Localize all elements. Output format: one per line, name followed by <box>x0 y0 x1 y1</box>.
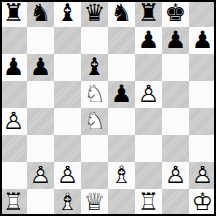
square-f6[interactable] <box>135 54 162 81</box>
square-b5[interactable] <box>27 81 54 108</box>
square-b6[interactable]: ♟ <box>27 54 54 81</box>
white-knight: ♘ <box>81 81 108 108</box>
square-e3[interactable] <box>108 135 135 162</box>
square-a4[interactable]: ♟♙ <box>0 108 27 135</box>
square-e5[interactable]: ♟ <box>108 81 135 108</box>
white-rook: ♖ <box>0 189 27 216</box>
square-c1[interactable]: ♝♗ <box>54 189 81 216</box>
square-d5[interactable]: ♞♘ <box>81 81 108 108</box>
white-rook: ♖ <box>135 189 162 216</box>
black-king: ♚ <box>162 0 189 27</box>
square-d4[interactable]: ♞♘ <box>81 108 108 135</box>
square-b7[interactable] <box>27 27 54 54</box>
white-bishop: ♗ <box>108 162 135 189</box>
square-e6[interactable] <box>108 54 135 81</box>
square-h2[interactable]: ♟♙ <box>189 162 216 189</box>
square-h6[interactable] <box>189 54 216 81</box>
square-e2[interactable]: ♝♗ <box>108 162 135 189</box>
black-bishop: ♝ <box>81 54 108 81</box>
square-d6[interactable]: ♝ <box>81 54 108 81</box>
chess-board: ♜♞♝♛♞♜♚♟♟♟♟♟♝♞♘♟♟♙♟♙♞♘♟♙♟♙♝♗♟♙♟♙♜♖♝♗♛♕♜♖… <box>0 0 216 216</box>
square-e7[interactable] <box>108 27 135 54</box>
square-b1[interactable] <box>27 189 54 216</box>
square-f3[interactable] <box>135 135 162 162</box>
square-d2[interactable] <box>81 162 108 189</box>
white-pawn: ♙ <box>162 162 189 189</box>
square-c7[interactable] <box>54 27 81 54</box>
white-pawn: ♙ <box>54 162 81 189</box>
square-h8[interactable] <box>189 0 216 27</box>
square-e1[interactable] <box>108 189 135 216</box>
black-queen: ♛ <box>81 0 108 27</box>
square-h3[interactable] <box>189 135 216 162</box>
black-knight: ♞ <box>108 0 135 27</box>
square-g8[interactable]: ♚ <box>162 0 189 27</box>
square-a8[interactable]: ♜ <box>0 0 27 27</box>
white-pawn: ♙ <box>27 162 54 189</box>
white-knight: ♘ <box>81 108 108 135</box>
square-c2[interactable]: ♟♙ <box>54 162 81 189</box>
square-c8[interactable]: ♝ <box>54 0 81 27</box>
black-rook: ♜ <box>0 0 27 27</box>
square-b8[interactable]: ♞ <box>27 0 54 27</box>
square-d3[interactable] <box>81 135 108 162</box>
black-pawn: ♟ <box>0 54 27 81</box>
white-pawn: ♙ <box>0 108 27 135</box>
chess-board-wrap: ♜♞♝♛♞♜♚♟♟♟♟♟♝♞♘♟♟♙♟♙♞♘♟♙♟♙♝♗♟♙♟♙♜♖♝♗♛♕♜♖… <box>0 0 216 216</box>
square-g7[interactable]: ♟ <box>162 27 189 54</box>
square-f4[interactable] <box>135 108 162 135</box>
square-a3[interactable] <box>0 135 27 162</box>
square-g6[interactable] <box>162 54 189 81</box>
square-b3[interactable] <box>27 135 54 162</box>
square-h1[interactable]: ♚♔ <box>189 189 216 216</box>
square-g3[interactable] <box>162 135 189 162</box>
black-pawn: ♟ <box>162 27 189 54</box>
square-g5[interactable] <box>162 81 189 108</box>
white-king: ♔ <box>189 189 216 216</box>
square-c5[interactable] <box>54 81 81 108</box>
square-g1[interactable] <box>162 189 189 216</box>
square-h7[interactable]: ♟ <box>189 27 216 54</box>
square-f5[interactable]: ♟♙ <box>135 81 162 108</box>
white-bishop: ♗ <box>54 189 81 216</box>
black-bishop: ♝ <box>54 0 81 27</box>
square-h5[interactable] <box>189 81 216 108</box>
white-pawn: ♙ <box>189 162 216 189</box>
square-c4[interactable] <box>54 108 81 135</box>
square-c3[interactable] <box>54 135 81 162</box>
square-h4[interactable] <box>189 108 216 135</box>
square-c6[interactable] <box>54 54 81 81</box>
black-rook: ♜ <box>135 0 162 27</box>
black-pawn: ♟ <box>135 27 162 54</box>
square-a2[interactable] <box>0 162 27 189</box>
black-knight: ♞ <box>27 0 54 27</box>
square-b2[interactable]: ♟♙ <box>27 162 54 189</box>
square-d7[interactable] <box>81 27 108 54</box>
square-a6[interactable]: ♟ <box>0 54 27 81</box>
square-a7[interactable] <box>0 27 27 54</box>
square-e8[interactable]: ♞ <box>108 0 135 27</box>
square-f1[interactable]: ♜♖ <box>135 189 162 216</box>
square-d8[interactable]: ♛ <box>81 0 108 27</box>
square-d1[interactable]: ♛♕ <box>81 189 108 216</box>
square-f8[interactable]: ♜ <box>135 0 162 27</box>
square-e4[interactable] <box>108 108 135 135</box>
square-g2[interactable]: ♟♙ <box>162 162 189 189</box>
square-a5[interactable] <box>0 81 27 108</box>
black-pawn: ♟ <box>189 27 216 54</box>
square-a1[interactable]: ♜♖ <box>0 189 27 216</box>
black-pawn: ♟ <box>27 54 54 81</box>
square-f2[interactable] <box>135 162 162 189</box>
square-g4[interactable] <box>162 108 189 135</box>
white-pawn: ♙ <box>135 81 162 108</box>
black-pawn: ♟ <box>108 81 135 108</box>
square-b4[interactable] <box>27 108 54 135</box>
white-queen: ♕ <box>81 189 108 216</box>
square-f7[interactable]: ♟ <box>135 27 162 54</box>
